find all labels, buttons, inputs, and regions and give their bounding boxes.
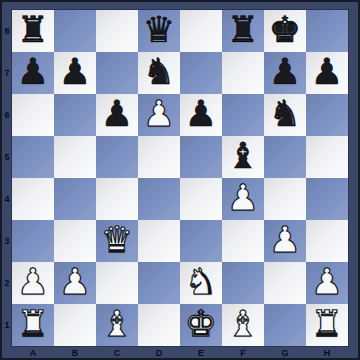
piece-bN-d7[interactable]: ♞	[138, 51, 180, 93]
square-a3[interactable]	[12, 220, 54, 262]
file-label-h: H	[306, 347, 348, 360]
square-f4[interactable]: ♟	[222, 178, 264, 220]
square-d1[interactable]	[138, 304, 180, 346]
piece-bP-h7[interactable]: ♟	[306, 51, 348, 93]
square-g7[interactable]: ♟	[264, 52, 306, 94]
piece-bP-g7[interactable]: ♟	[264, 51, 306, 93]
square-b8[interactable]	[54, 10, 96, 52]
square-f5[interactable]: ♝	[222, 136, 264, 178]
square-b7[interactable]: ♟	[54, 52, 96, 94]
square-f6[interactable]	[222, 94, 264, 136]
piece-wB-f1[interactable]: ♝	[222, 303, 264, 345]
rank-label-3: 3	[2, 220, 12, 262]
file-label-f: F	[222, 347, 264, 360]
square-d4[interactable]	[138, 178, 180, 220]
square-h2[interactable]: ♟	[306, 262, 348, 304]
piece-wR-h1[interactable]: ♜	[306, 303, 348, 345]
file-label-a: A	[12, 347, 54, 360]
square-e5[interactable]	[180, 136, 222, 178]
square-e2[interactable]: ♞	[180, 262, 222, 304]
piece-wB-c1[interactable]: ♝	[96, 303, 138, 345]
square-h6[interactable]	[306, 94, 348, 136]
square-c3[interactable]: ♛	[96, 220, 138, 262]
piece-bP-a7[interactable]: ♟	[12, 51, 54, 93]
square-d6[interactable]: ♟	[138, 94, 180, 136]
rank-label-2: 2	[2, 262, 12, 304]
piece-wN-e2[interactable]: ♞	[180, 261, 222, 303]
square-b6[interactable]	[54, 94, 96, 136]
square-d2[interactable]	[138, 262, 180, 304]
square-g2[interactable]	[264, 262, 306, 304]
square-c4[interactable]	[96, 178, 138, 220]
square-c7[interactable]	[96, 52, 138, 94]
square-c8[interactable]	[96, 10, 138, 52]
rank-label-8: 8	[2, 10, 12, 52]
square-c2[interactable]	[96, 262, 138, 304]
square-f7[interactable]	[222, 52, 264, 94]
piece-bN-g6[interactable]: ♞	[264, 93, 306, 135]
square-g5[interactable]	[264, 136, 306, 178]
square-e6[interactable]: ♟	[180, 94, 222, 136]
chess-board-frame: ♜♛♜♚♟♟♞♟♟♟♟♟♞♝♟♛♟♟♟♞♟♜♝♚♝♜ 87654321 ABCD…	[0, 0, 360, 360]
square-a8[interactable]: ♜	[12, 10, 54, 52]
square-c5[interactable]	[96, 136, 138, 178]
rank-label-6: 6	[2, 94, 12, 136]
square-e1[interactable]: ♚	[180, 304, 222, 346]
file-label-b: B	[54, 347, 96, 360]
square-d7[interactable]: ♞	[138, 52, 180, 94]
square-f3[interactable]	[222, 220, 264, 262]
square-e4[interactable]	[180, 178, 222, 220]
square-f1[interactable]: ♝	[222, 304, 264, 346]
square-a1[interactable]: ♜	[12, 304, 54, 346]
square-g1[interactable]	[264, 304, 306, 346]
square-b3[interactable]	[54, 220, 96, 262]
piece-wP-h2[interactable]: ♟	[306, 261, 348, 303]
piece-bB-f5[interactable]: ♝	[222, 135, 264, 177]
square-f8[interactable]: ♜	[222, 10, 264, 52]
square-b4[interactable]	[54, 178, 96, 220]
square-a5[interactable]	[12, 136, 54, 178]
square-h4[interactable]	[306, 178, 348, 220]
square-b1[interactable]	[54, 304, 96, 346]
square-b2[interactable]: ♟	[54, 262, 96, 304]
square-g4[interactable]	[264, 178, 306, 220]
square-e8[interactable]	[180, 10, 222, 52]
rank-label-7: 7	[2, 52, 12, 94]
piece-wP-g3[interactable]: ♟	[264, 219, 306, 261]
square-g6[interactable]: ♞	[264, 94, 306, 136]
square-f2[interactable]	[222, 262, 264, 304]
square-d8[interactable]: ♛	[138, 10, 180, 52]
rank-label-4: 4	[2, 178, 12, 220]
square-a4[interactable]	[12, 178, 54, 220]
piece-bR-a8[interactable]: ♜	[12, 9, 54, 51]
square-a6[interactable]	[12, 94, 54, 136]
piece-wP-b2[interactable]: ♟	[54, 261, 96, 303]
piece-wK-e1[interactable]: ♚	[180, 303, 222, 345]
piece-wP-a2[interactable]: ♟	[12, 261, 54, 303]
square-h7[interactable]: ♟	[306, 52, 348, 94]
rank-label-5: 5	[2, 136, 12, 178]
square-c6[interactable]: ♟	[96, 94, 138, 136]
piece-wQ-c3[interactable]: ♛	[96, 219, 138, 261]
square-h1[interactable]: ♜	[306, 304, 348, 346]
square-g3[interactable]: ♟	[264, 220, 306, 262]
square-g8[interactable]: ♚	[264, 10, 306, 52]
file-label-d: D	[138, 347, 180, 360]
piece-wP-d6[interactable]: ♟	[138, 93, 180, 135]
rank-label-1: 1	[2, 304, 12, 346]
piece-bP-b7[interactable]: ♟	[54, 51, 96, 93]
piece-wP-f4[interactable]: ♟	[222, 177, 264, 219]
piece-bR-f8[interactable]: ♜	[222, 9, 264, 51]
square-e7[interactable]	[180, 52, 222, 94]
square-d5[interactable]	[138, 136, 180, 178]
square-d3[interactable]	[138, 220, 180, 262]
file-label-g: G	[264, 347, 306, 360]
square-e3[interactable]	[180, 220, 222, 262]
square-a2[interactable]: ♟	[12, 262, 54, 304]
square-h8[interactable]	[306, 10, 348, 52]
file-label-c: C	[96, 347, 138, 360]
square-b5[interactable]	[54, 136, 96, 178]
file-label-e: E	[180, 347, 222, 360]
piece-bQ-d8[interactable]: ♛	[138, 9, 180, 51]
square-c1[interactable]: ♝	[96, 304, 138, 346]
square-h3[interactable]	[306, 220, 348, 262]
square-a7[interactable]: ♟	[12, 52, 54, 94]
square-h5[interactable]	[306, 136, 348, 178]
piece-bP-c6[interactable]: ♟	[96, 93, 138, 135]
piece-wR-a1[interactable]: ♜	[12, 303, 54, 345]
piece-bK-g8[interactable]: ♚	[264, 9, 306, 51]
chess-board: ♜♛♜♚♟♟♞♟♟♟♟♟♞♝♟♛♟♟♟♞♟♜♝♚♝♜	[12, 10, 348, 346]
piece-bP-e6[interactable]: ♟	[180, 93, 222, 135]
